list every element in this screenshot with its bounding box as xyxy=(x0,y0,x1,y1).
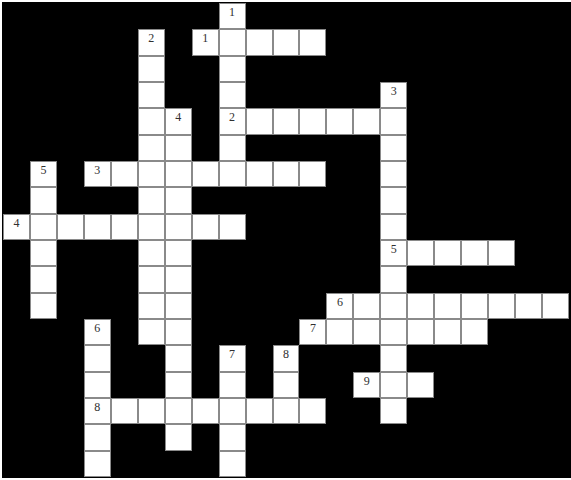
crossword-cell-numbered[interactable]: 2 xyxy=(138,29,165,55)
crossword-cell[interactable] xyxy=(407,293,434,319)
clue-number: 6 xyxy=(337,294,343,309)
crossword-cell[interactable] xyxy=(407,240,434,266)
crossword-cell[interactable] xyxy=(219,135,246,161)
crossword-cell[interactable] xyxy=(84,451,111,477)
crossword-cell[interactable] xyxy=(84,372,111,398)
crossword-cell[interactable] xyxy=(138,135,165,161)
crossword-cell[interactable] xyxy=(165,266,192,292)
crossword-cell[interactable] xyxy=(380,108,407,134)
crossword-board: 12134253456677898 xyxy=(2,2,571,478)
crossword-cell[interactable] xyxy=(165,319,192,345)
crossword-cell[interactable] xyxy=(299,108,326,134)
crossword-cell[interactable] xyxy=(299,161,326,187)
crossword-cell[interactable] xyxy=(299,398,326,424)
crossword-cell[interactable] xyxy=(165,135,192,161)
clue-number: 9 xyxy=(364,373,370,388)
crossword-cell[interactable] xyxy=(488,240,515,266)
crossword-cell[interactable] xyxy=(165,161,192,187)
crossword-cell[interactable] xyxy=(273,161,300,187)
clue-number: 7 xyxy=(310,320,316,335)
crossword-cell[interactable] xyxy=(219,372,246,398)
crossword-cell[interactable] xyxy=(30,266,57,292)
crossword-cell-numbered[interactable]: 1 xyxy=(192,29,219,55)
crossword-cell[interactable] xyxy=(84,424,111,450)
crossword-cell-numbered[interactable]: 6 xyxy=(84,319,111,345)
crossword-cell[interactable] xyxy=(407,372,434,398)
crossword-cell[interactable] xyxy=(192,214,219,240)
clue-number: 5 xyxy=(391,241,397,256)
crossword-cell[interactable] xyxy=(461,319,488,345)
crossword-cell[interactable] xyxy=(273,398,300,424)
crossword-cell[interactable] xyxy=(165,398,192,424)
crossword-cell-numbered[interactable]: 5 xyxy=(380,240,407,266)
crossword-cell-numbered[interactable]: 1 xyxy=(219,3,246,29)
crossword-cell[interactable] xyxy=(380,214,407,240)
crossword-cell[interactable] xyxy=(380,293,407,319)
crossword-cell[interactable] xyxy=(299,29,326,55)
crossword-cell[interactable] xyxy=(57,214,84,240)
crossword-cell[interactable] xyxy=(138,108,165,134)
crossword-cell[interactable] xyxy=(380,266,407,292)
crossword-cell[interactable] xyxy=(542,293,569,319)
crossword-cell[interactable] xyxy=(380,187,407,213)
crossword-cell[interactable] xyxy=(380,372,407,398)
crossword-cell[interactable] xyxy=(246,398,273,424)
crossword-cell[interactable] xyxy=(138,161,165,187)
crossword-cell-numbered[interactable]: 8 xyxy=(84,398,111,424)
crossword-cell[interactable] xyxy=(353,293,380,319)
crossword-cell[interactable] xyxy=(515,293,542,319)
crossword-cell-numbered[interactable]: 4 xyxy=(165,108,192,134)
crossword-cell-numbered[interactable]: 7 xyxy=(299,319,326,345)
crossword-cell[interactable] xyxy=(219,214,246,240)
crossword-cell[interactable] xyxy=(219,82,246,108)
crossword-cell[interactable] xyxy=(165,240,192,266)
crossword-cell[interactable] xyxy=(138,266,165,292)
clue-number: 8 xyxy=(283,346,289,361)
crossword-cell-numbered[interactable]: 2 xyxy=(219,108,246,134)
crossword-cell[interactable] xyxy=(138,240,165,266)
crossword-cell[interactable] xyxy=(219,161,246,187)
crossword-cell[interactable] xyxy=(461,293,488,319)
crossword-cell[interactable] xyxy=(326,319,353,345)
clue-number: 7 xyxy=(229,346,235,361)
crossword-cell-numbered[interactable]: 5 xyxy=(30,161,57,187)
crossword-cell[interactable] xyxy=(84,345,111,371)
clue-number: 1 xyxy=(202,30,208,45)
clue-number: 8 xyxy=(94,399,100,414)
crossword-cell[interactable] xyxy=(246,29,273,55)
crossword-cell[interactable] xyxy=(30,187,57,213)
clue-number: 5 xyxy=(40,162,46,177)
crossword-cell[interactable] xyxy=(353,108,380,134)
crossword-cell[interactable] xyxy=(273,108,300,134)
crossword-cell[interactable] xyxy=(165,372,192,398)
crossword-cell[interactable] xyxy=(165,293,192,319)
crossword-cell[interactable] xyxy=(434,240,461,266)
crossword-cell[interactable] xyxy=(219,29,246,55)
clue-number: 3 xyxy=(94,162,100,177)
clue-number: 1 xyxy=(229,4,235,19)
crossword-cell-numbered[interactable]: 3 xyxy=(380,82,407,108)
crossword-cell[interactable] xyxy=(30,214,57,240)
crossword-cell[interactable] xyxy=(461,240,488,266)
crossword-cell[interactable] xyxy=(407,319,434,345)
crossword-cell[interactable] xyxy=(380,135,407,161)
crossword-cell[interactable] xyxy=(138,187,165,213)
crossword-cell-numbered[interactable]: 3 xyxy=(84,161,111,187)
crossword-cell[interactable] xyxy=(111,214,138,240)
crossword-cell[interactable] xyxy=(380,319,407,345)
crossword-cell[interactable] xyxy=(380,161,407,187)
crossword-cell[interactable] xyxy=(138,293,165,319)
crossword-cell[interactable] xyxy=(30,240,57,266)
crossword-cell[interactable] xyxy=(219,451,246,477)
crossword-cell[interactable] xyxy=(138,398,165,424)
crossword-cell[interactable] xyxy=(219,424,246,450)
crossword-cell-numbered[interactable]: 9 xyxy=(353,372,380,398)
crossword-cell[interactable] xyxy=(380,398,407,424)
crossword-cell[interactable] xyxy=(488,293,515,319)
crossword-cell-numbered[interactable]: 6 xyxy=(326,293,353,319)
crossword-cell[interactable] xyxy=(165,187,192,213)
crossword-cell[interactable] xyxy=(84,214,111,240)
crossword-cell[interactable] xyxy=(246,108,273,134)
crossword-cell[interactable] xyxy=(138,82,165,108)
crossword-cell[interactable] xyxy=(434,319,461,345)
clue-number: 2 xyxy=(229,109,235,124)
crossword-cell[interactable] xyxy=(219,56,246,82)
crossword-cell[interactable] xyxy=(165,214,192,240)
clue-number: 4 xyxy=(13,215,19,230)
crossword-cell[interactable] xyxy=(219,398,246,424)
crossword-cell[interactable] xyxy=(434,293,461,319)
clue-number: 3 xyxy=(391,83,397,98)
crossword-board-grid: 12134253456677898 xyxy=(3,3,569,477)
crossword-cell[interactable] xyxy=(165,345,192,371)
crossword-page: 12134253456677898 xyxy=(0,0,571,480)
crossword-cell[interactable] xyxy=(138,214,165,240)
crossword-cell[interactable] xyxy=(138,319,165,345)
crossword-cell[interactable] xyxy=(111,398,138,424)
crossword-cell[interactable] xyxy=(165,424,192,450)
crossword-cell[interactable] xyxy=(138,56,165,82)
clue-number: 4 xyxy=(175,109,181,124)
crossword-cell-numbered[interactable]: 8 xyxy=(273,345,300,371)
crossword-cell-numbered[interactable]: 7 xyxy=(219,345,246,371)
crossword-cell[interactable] xyxy=(273,29,300,55)
crossword-cell[interactable] xyxy=(380,345,407,371)
clue-number: 2 xyxy=(148,30,154,45)
crossword-cell[interactable] xyxy=(246,161,273,187)
crossword-cell[interactable] xyxy=(353,319,380,345)
crossword-cell[interactable] xyxy=(192,161,219,187)
crossword-cell[interactable] xyxy=(192,398,219,424)
crossword-cell-numbered[interactable]: 4 xyxy=(3,214,30,240)
crossword-cell[interactable] xyxy=(30,293,57,319)
clue-number: 6 xyxy=(94,320,100,335)
crossword-cell[interactable] xyxy=(326,108,353,134)
crossword-cell[interactable] xyxy=(273,372,300,398)
crossword-cell[interactable] xyxy=(111,161,138,187)
